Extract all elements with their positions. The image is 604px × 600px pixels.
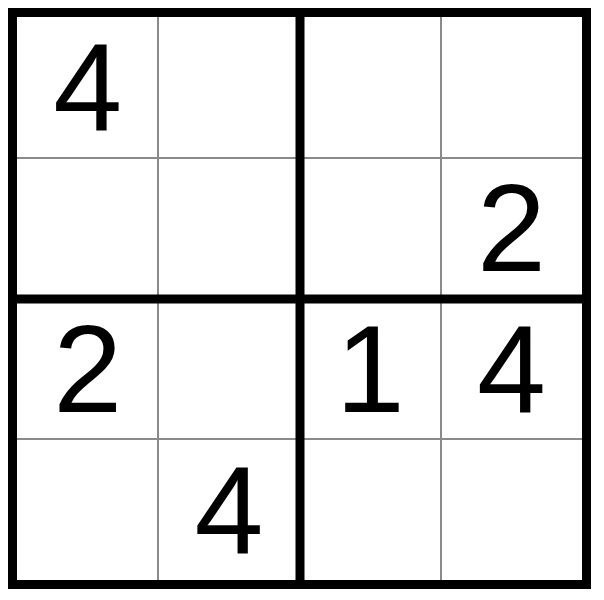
box-divider-horizontal	[17, 294, 582, 303]
cell-r3c3[interactable]: 1	[300, 299, 441, 440]
cell-r4c3[interactable]	[300, 439, 441, 580]
cell-r2c1[interactable]	[17, 158, 158, 299]
cell-r3c1[interactable]: 2	[17, 299, 158, 440]
cell-r4c1[interactable]	[17, 439, 158, 580]
cell-r4c4[interactable]	[441, 439, 582, 580]
cell-r2c4[interactable]: 2	[441, 158, 582, 299]
cell-r2c2[interactable]	[158, 158, 299, 299]
sudoku-board: 4 2 2 1 4 4	[8, 8, 591, 589]
cell-r2c3[interactable]	[300, 158, 441, 299]
cell-r3c4[interactable]: 4	[441, 299, 582, 440]
cell-r1c1[interactable]: 4	[17, 17, 158, 158]
cell-r3c2[interactable]	[158, 299, 299, 440]
cell-r1c4[interactable]	[441, 17, 582, 158]
cell-r4c2[interactable]: 4	[158, 439, 299, 580]
cell-r1c2[interactable]	[158, 17, 299, 158]
cell-r1c3[interactable]	[300, 17, 441, 158]
